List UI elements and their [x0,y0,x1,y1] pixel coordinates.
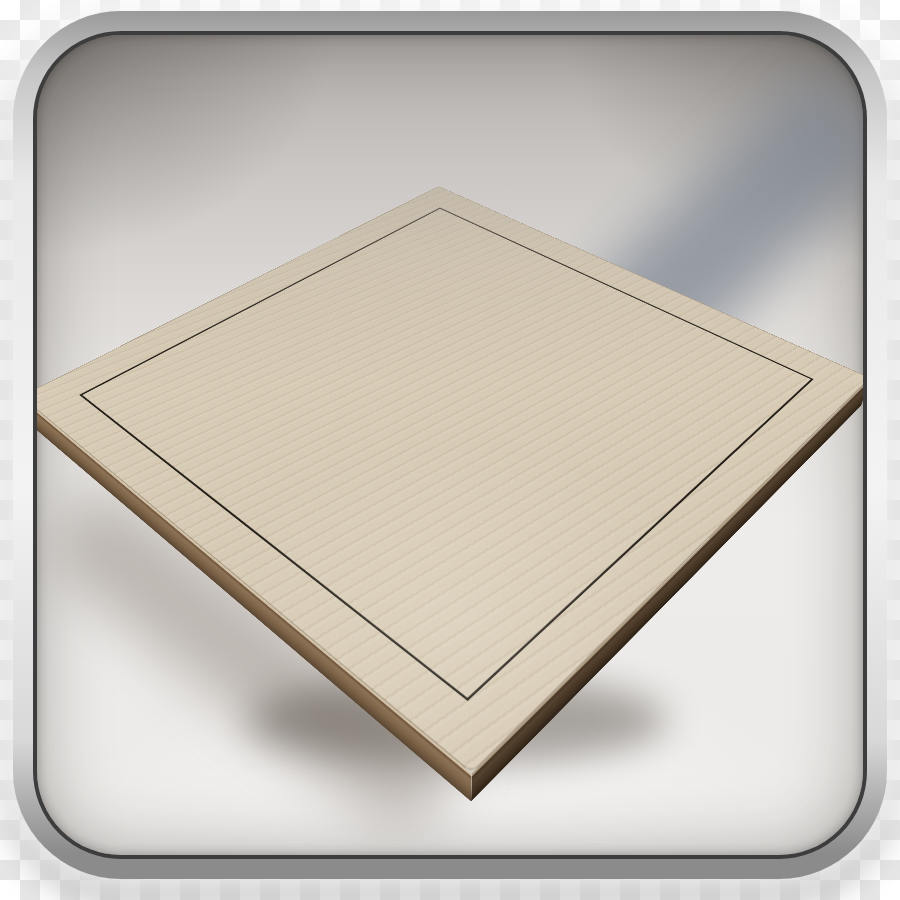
transparent-checkerboard-background [0,0,900,900]
app-icon-frame[interactable] [13,11,887,879]
photo-scene [33,31,867,859]
